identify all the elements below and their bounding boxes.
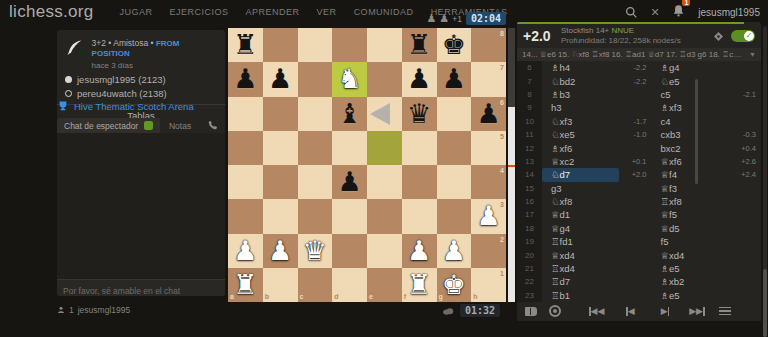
white-eval: +2.0 — [619, 170, 652, 179]
move-number: 13 — [517, 155, 542, 168]
engine-nnue-label: NNUE — [611, 26, 634, 35]
move-row-6: 6♗h4-2.2♗g4 — [517, 61, 761, 74]
black-rook: ♜ — [233, 31, 257, 58]
black-move[interactable]: ♕f5 — [652, 208, 729, 221]
lichess-logo[interactable]: lichess.org — [9, 2, 94, 22]
spectator-count: 1 — [69, 305, 74, 315]
black-move[interactable]: ♖xf8 — [652, 195, 729, 208]
square-h5[interactable]: 5 — [471, 131, 506, 165]
move-row-14: 14♘d7+2.0♕f4+2.4 — [517, 168, 761, 181]
white-move[interactable]: ♘xf8 — [542, 195, 619, 208]
move-number: 15 — [517, 182, 542, 195]
move-row-16: 16♘xf8♖xf8 — [517, 195, 761, 208]
white-move[interactable]: g3 — [542, 182, 619, 195]
square-g7[interactable]: ♟ — [437, 62, 472, 96]
square-c6[interactable] — [298, 97, 333, 131]
white-pawn: ♟ — [407, 237, 431, 264]
white-knight: ♞ — [338, 65, 362, 92]
first-move-button[interactable]: ◀◀ — [589, 306, 604, 316]
coord-rank-1: 1 — [500, 270, 504, 277]
square-e2[interactable] — [367, 234, 402, 268]
chat-box: Chat de espectador Notas — [57, 118, 225, 296]
square-c7[interactable] — [298, 62, 333, 96]
tab-spectator-chat[interactable]: Chat de espectador — [57, 118, 160, 133]
notification-badge: 1 — [682, 0, 690, 6]
white-player-row[interactable]: jesusmgl1995 (2123) — [57, 72, 225, 86]
square-d6[interactable]: ♝ — [332, 97, 367, 131]
game-setup-text: 3+2 • Amistosa • — [92, 38, 154, 48]
white-move[interactable]: h3 — [542, 101, 619, 114]
black-move[interactable]: c5 — [652, 88, 729, 101]
square-a7[interactable]: ♟ — [228, 62, 263, 96]
move-number: 18 — [517, 222, 542, 235]
black-clock: 02:04 — [466, 12, 506, 25]
game-setup: 3+2 • Amistosa • FROM POSITION — [92, 38, 217, 58]
move-number: 7 — [517, 74, 542, 87]
nav-item-jugar[interactable]: JUGAR — [120, 7, 153, 17]
move-number: 21 — [517, 262, 542, 275]
move-list: 6♗h4-2.2♗g47♘bd2-2.2♘e58♗b3c5-2.19h3♗xf3… — [517, 61, 761, 302]
square-d2[interactable] — [332, 234, 367, 268]
black-move[interactable]: ♕xd4 — [652, 248, 729, 261]
square-f2[interactable]: ♟ — [402, 234, 437, 268]
material-score: +1 — [452, 14, 462, 24]
black-move[interactable]: c4 — [652, 115, 729, 128]
engine-header: +2.0 Stockfish 14+ NNUE Profundidad: 18/… — [517, 24, 761, 48]
move-number: 22 — [517, 275, 542, 288]
square-c5[interactable] — [298, 131, 333, 165]
square-c1[interactable]: c — [298, 268, 333, 302]
move-number: 12 — [517, 141, 542, 154]
black-pawn: ♟ — [338, 168, 362, 195]
white-disc-icon — [65, 76, 72, 83]
white-eval: +0.1 — [619, 157, 652, 166]
quill-icon — [65, 38, 84, 57]
square-b4[interactable] — [263, 165, 298, 199]
coord-rank-7: 7 — [500, 64, 504, 71]
black-rook: ♜ — [407, 31, 431, 58]
black-pawn: ♟ — [407, 65, 431, 92]
square-g3[interactable] — [437, 199, 472, 233]
black-eval: +2.4 — [728, 170, 761, 179]
white-move[interactable]: ♕xc2 — [542, 155, 619, 168]
black-move[interactable]: ♗xf3 — [652, 101, 729, 114]
menu-hamburger-icon[interactable] — [719, 307, 731, 316]
square-a5[interactable] — [228, 131, 263, 165]
square-h4[interactable]: 4 — [471, 165, 506, 199]
black-player-name[interactable]: pereu4uwatch (2138) — [77, 88, 167, 99]
engine-arrow — [370, 103, 390, 125]
engine-name-text: Stockfish 14+ — [561, 26, 609, 35]
analysis-controls: ◀◀ ◀ ▶ ▶▶ — [517, 302, 761, 320]
white-move[interactable]: ♖b1 — [542, 289, 619, 302]
coord-rank-3: 3 — [500, 201, 504, 208]
square-h8[interactable]: 8 — [471, 28, 506, 62]
square-f3[interactable] — [402, 199, 437, 233]
square-a1[interactable]: ♜a — [228, 268, 263, 302]
move-number: 16 — [517, 195, 542, 208]
move-number: 20 — [517, 248, 542, 261]
square-b5[interactable] — [263, 131, 298, 165]
square-c3[interactable] — [298, 199, 333, 233]
white-clock: 01:32 — [460, 304, 500, 317]
white-rook: ♜ — [407, 271, 431, 298]
white-move[interactable]: ♕g4 — [542, 222, 619, 235]
move-row-9: 9h3♗xf3 — [517, 101, 761, 114]
white-king: ♚ — [442, 271, 466, 298]
white-queen: ♛ — [303, 237, 327, 264]
square-a3[interactable] — [228, 199, 263, 233]
black-player-strip: ♟ ♟ +1 02:04 — [228, 10, 506, 27]
chat-tabs: Chat de espectador Notas — [57, 118, 225, 133]
eval-gauge-black — [508, 28, 515, 107]
move-row-13: 13♕xc2+0.1♕xf6+2.6 — [517, 155, 761, 168]
square-g1[interactable]: ♚g — [437, 268, 472, 302]
square-d7[interactable]: ♞ — [332, 62, 367, 96]
white-move[interactable]: ♕d1 — [542, 208, 619, 221]
move-row-10: 10♘xf3-1.7c4 — [517, 115, 761, 128]
square-f6[interactable]: ♛ — [402, 97, 437, 131]
square-g8[interactable]: ♚ — [437, 28, 472, 62]
move-row-20: 20♕xd4♕xd4 — [517, 248, 761, 261]
black-move[interactable]: ♕f3 — [652, 182, 729, 195]
pv-collapse-icon[interactable]: ▼ — [749, 51, 756, 58]
black-move[interactable]: ♗xb2 — [652, 275, 729, 288]
page-scrollbar[interactable] — [763, 26, 767, 337]
square-f8[interactable]: ♜ — [402, 28, 437, 62]
eval-gauge-zero-tick — [508, 165, 515, 167]
square-f1[interactable]: ♜f — [402, 268, 437, 302]
black-move[interactable]: f5 — [652, 235, 729, 248]
black-queen: ♛ — [407, 100, 431, 127]
square-d3[interactable] — [332, 199, 367, 233]
square-e4[interactable] — [367, 165, 402, 199]
white-pawn: ♟ — [477, 202, 501, 229]
white-move[interactable]: ♖xd4 — [542, 262, 619, 275]
white-move[interactable]: ♗h4 — [542, 61, 619, 74]
move-number: 9 — [517, 101, 542, 114]
board: ♜♜♚8♟♟♞♟♟7♝♛♟65♟4♟3♟♟♛♟♟2♜abcde♜f♚gh1 — [228, 28, 506, 302]
square-b8[interactable] — [263, 28, 298, 62]
engine-toggle-knob: ✓ — [744, 31, 754, 41]
black-bishop: ♝ — [338, 100, 362, 127]
pv-line[interactable]: 14... ♕e6 15. ♘xf8 ♖xf8 16. ♖ad1 ♕d7 17.… — [522, 50, 745, 59]
circle-icon[interactable] — [549, 305, 561, 317]
square-e8[interactable] — [367, 28, 402, 62]
coord-file-e: e — [369, 293, 373, 300]
bell-icon[interactable]: 1 — [672, 3, 685, 21]
move-row-19: 19♖fd1f5 — [517, 235, 761, 248]
coord-file-d: d — [334, 293, 338, 300]
person-icon — [57, 306, 65, 314]
square-a8[interactable]: ♜ — [228, 28, 263, 62]
square-c8[interactable] — [298, 28, 333, 62]
black-eval: -2.1 — [728, 90, 761, 99]
book-icon[interactable] — [525, 307, 537, 316]
nav-item-ejercicios[interactable]: EJERCICIOS — [170, 7, 229, 17]
square-f4[interactable] — [402, 165, 437, 199]
coord-file-a: a — [230, 293, 234, 300]
square-b1[interactable]: b — [263, 268, 298, 302]
coord-rank-8: 8 — [500, 30, 504, 37]
square-g5[interactable] — [437, 131, 472, 165]
square-b7[interactable]: ♟ — [263, 62, 298, 96]
square-e5[interactable] — [367, 131, 402, 165]
move-number: 8 — [517, 88, 542, 101]
black-king: ♚ — [442, 31, 466, 58]
square-b3[interactable] — [263, 199, 298, 233]
square-b2[interactable]: ♟ — [263, 234, 298, 268]
white-player-strip: 01:32 — [228, 303, 506, 318]
coord-rank-4: 4 — [500, 167, 504, 174]
engine-toggle[interactable]: ✓ — [731, 30, 755, 42]
white-move[interactable]: ♖fd1 — [542, 235, 619, 248]
black-move[interactable]: ♗e5 — [652, 262, 729, 275]
chat-input[interactable] — [57, 283, 225, 299]
game-date: hace 3 días — [92, 61, 217, 70]
black-pawn: ♟ — [477, 100, 501, 127]
square-f5[interactable] — [402, 131, 437, 165]
square-c4[interactable] — [298, 165, 333, 199]
nav-right: × 1 jesusmgl1995 — [625, 0, 760, 24]
black-move[interactable]: ♘e5 — [652, 74, 729, 87]
black-eval: +0.4 — [728, 144, 761, 153]
move-number: 6 — [517, 61, 542, 74]
close-icon[interactable]: × — [651, 5, 659, 19]
black-move[interactable]: ♗g4 — [652, 61, 729, 74]
move-row-17: 17♕d1♕f5 — [517, 208, 761, 221]
move-number: 17 — [517, 208, 542, 221]
square-c2[interactable]: ♛ — [298, 234, 333, 268]
square-h1[interactable]: h1 — [471, 268, 506, 302]
phone-icon[interactable] — [207, 120, 218, 131]
square-e1[interactable]: e — [367, 268, 402, 302]
coord-rank-2: 2 — [500, 236, 504, 243]
move-row-8: 8♗b3c5-2.1 — [517, 88, 761, 101]
white-eval: -2.2 — [619, 77, 652, 86]
last-move-button[interactable]: ▶▶ — [689, 306, 704, 316]
move-row-12: 12♗xf6bxc2+0.4 — [517, 141, 761, 154]
coord-rank-6: 6 — [500, 99, 504, 106]
search-icon[interactable] — [625, 6, 638, 19]
white-move[interactable]: ♕xd4 — [542, 248, 619, 261]
white-move[interactable]: ♗b3 — [542, 88, 619, 101]
white-move[interactable]: ♖d7 — [542, 275, 619, 288]
square-a4[interactable] — [228, 165, 263, 199]
white-eval: -1.7 — [619, 117, 652, 126]
captured-material: ♟ ♟ +1 — [426, 12, 461, 25]
coord-file-g: g — [439, 293, 443, 300]
engine-settings-icon[interactable] — [714, 32, 723, 41]
black-move[interactable]: ♕xf6 — [652, 155, 729, 168]
square-g4[interactable] — [437, 165, 472, 199]
black-pawn: ♟ — [268, 65, 292, 92]
square-b6[interactable] — [263, 97, 298, 131]
tournament-link[interactable]: Hive Thematic Scotch Arena — [57, 100, 225, 112]
tournament-name[interactable]: Hive Thematic Scotch Arena — [74, 101, 194, 112]
previous-move-button[interactable]: ◀ — [626, 306, 634, 316]
move-number: 23 — [517, 289, 542, 302]
pv-row[interactable]: 14... ♕e6 15. ♘xf8 ♖xf8 16. ♖ad1 ♕d7 17.… — [517, 48, 761, 61]
captured-pawns-icon: ♟ ♟ — [426, 12, 449, 25]
coord-file-h: h — [473, 293, 477, 300]
black-pawn: ♟ — [233, 65, 257, 92]
square-e7[interactable] — [367, 62, 402, 96]
move-list-scrollbar[interactable] — [695, 79, 698, 184]
engine-depth: Profundidad: 18/22, 258k nodes/s — [561, 36, 714, 46]
page-scrollbar-thumb[interactable] — [763, 269, 767, 337]
move-number: 14 — [517, 168, 542, 181]
white-eval: -1.0 — [619, 130, 652, 139]
spectators-row: 1 jesusmgl1995 — [57, 305, 130, 315]
trophy-icon — [57, 100, 69, 112]
white-move[interactable]: ♗xf6 — [542, 141, 619, 154]
white-eval: -2.2 — [619, 63, 652, 72]
white-pawn: ♟ — [233, 237, 257, 264]
square-h7[interactable]: 7 — [471, 62, 506, 96]
move-number: 19 — [517, 235, 542, 248]
nav-username[interactable]: jesusmgl1995 — [698, 7, 760, 18]
coord-file-f: f — [404, 293, 406, 300]
square-d4[interactable]: ♟ — [332, 165, 367, 199]
square-a2[interactable]: ♟ — [228, 234, 263, 268]
spectator-name[interactable]: jesusmgl1995 — [78, 305, 130, 315]
tab-notes[interactable]: Notas — [160, 121, 200, 131]
square-h6[interactable]: ♟6 — [471, 97, 506, 131]
move-number: 10 — [517, 115, 542, 128]
engine-eval: +2.0 — [523, 28, 561, 44]
white-move[interactable]: ♘bd2 — [542, 74, 619, 87]
white-move[interactable]: ♘d7 — [542, 168, 619, 181]
white-move[interactable]: ♘xf3 — [542, 115, 619, 128]
black-player-row[interactable]: pereu4uwatch (2138) — [57, 86, 225, 100]
square-d1[interactable]: d — [332, 268, 367, 302]
move-row-7: 7♘bd2-2.2♘e5 — [517, 74, 761, 87]
white-player-name[interactable]: jesusmgl1995 (2123) — [77, 74, 166, 85]
square-d8[interactable] — [332, 28, 367, 62]
black-eval: -0.3 — [728, 130, 761, 139]
move-number: 11 — [517, 128, 542, 141]
tab-spectator-chat-label: Chat de espectador — [64, 121, 138, 131]
move-row-18: 18♕g4♕d5 — [517, 222, 761, 235]
black-disc-icon — [65, 90, 72, 97]
chat-toggle[interactable] — [144, 121, 153, 130]
black-move[interactable]: bxc2 — [652, 141, 729, 154]
move-row-23: 23♖b1♗e5 — [517, 289, 761, 302]
black-move[interactable]: ♕f4 — [652, 168, 729, 181]
eval-gauge — [508, 28, 515, 302]
coord-file-b: b — [265, 293, 269, 300]
white-move[interactable]: ♘xe5 — [542, 128, 619, 141]
move-row-22: 22♖d7♗xb2 — [517, 275, 761, 288]
next-move-button[interactable]: ▶ — [661, 306, 669, 316]
coord-rank-5: 5 — [500, 133, 504, 140]
black-eval: +2.6 — [728, 157, 761, 166]
analysis-panel: +2.0 Stockfish 14+ NNUE Profundidad: 18/… — [517, 22, 761, 321]
black-move[interactable]: ♗e5 — [652, 289, 729, 302]
square-a6[interactable] — [228, 97, 263, 131]
square-g2[interactable]: ♟ — [437, 234, 472, 268]
black-pawn: ♟ — [442, 65, 466, 92]
square-d5[interactable] — [332, 131, 367, 165]
square-f7[interactable]: ♟ — [402, 62, 437, 96]
coord-file-c: c — [300, 293, 304, 300]
chat-input-row — [57, 279, 225, 296]
black-move[interactable]: cxb3 — [652, 128, 729, 141]
move-row-15: 15g3♕f3 — [517, 182, 761, 195]
square-e6[interactable] — [367, 97, 402, 131]
square-e3[interactable] — [367, 199, 402, 233]
move-row-21: 21♖xd4♗e5 — [517, 262, 761, 275]
square-h2[interactable]: 2 — [471, 234, 506, 268]
square-h3[interactable]: ♟3 — [471, 199, 506, 233]
black-move[interactable]: ♕d5 — [652, 222, 729, 235]
chat-messages — [57, 133, 225, 279]
square-g6[interactable] — [437, 97, 472, 131]
game-info-header: 3+2 • Amistosa • FROM POSITION hace 3 dí… — [57, 36, 225, 72]
white-pawn: ♟ — [268, 237, 292, 264]
white-rook: ♜ — [233, 271, 257, 298]
white-pawn: ♟ — [442, 237, 466, 264]
engine-name: Stockfish 14+ NNUE — [561, 26, 714, 36]
move-row-11: 11♘xe5-1.0cxb3-0.3 — [517, 128, 761, 141]
cloud-icon[interactable] — [442, 306, 454, 315]
